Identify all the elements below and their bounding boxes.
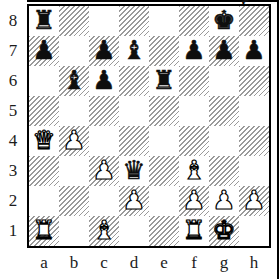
square-d6[interactable]: [119, 66, 149, 96]
square-a8[interactable]: ♜: [29, 6, 59, 36]
piece-black-pawn-c6[interactable]: ♟: [89, 66, 119, 96]
square-b6[interactable]: ♝: [59, 66, 89, 96]
square-a2[interactable]: [29, 186, 59, 216]
square-f3[interactable]: ♝: [179, 156, 209, 186]
square-h2[interactable]: ♟: [239, 186, 269, 216]
piece-black-rook-a8[interactable]: ♜: [29, 6, 59, 36]
square-a3[interactable]: [29, 156, 59, 186]
square-g1[interactable]: ♚: [209, 216, 239, 246]
square-d3[interactable]: ♛: [119, 156, 149, 186]
crop-frame-right-line: [277, 0, 279, 279]
square-c4[interactable]: [89, 126, 119, 156]
square-f8[interactable]: [179, 6, 209, 36]
piece-black-bishop-d7[interactable]: ♝: [119, 36, 149, 66]
square-c5[interactable]: [89, 96, 119, 126]
piece-white-rook-f1[interactable]: ♜: [179, 216, 209, 246]
file-label-h: h: [239, 250, 269, 276]
square-c1[interactable]: ♝: [89, 216, 119, 246]
piece-white-bishop-c1[interactable]: ♝: [89, 216, 119, 246]
square-b4[interactable]: ♟: [59, 126, 89, 156]
rank-label-8: 8: [0, 6, 26, 36]
file-label-b: b: [59, 250, 89, 276]
square-b7[interactable]: [59, 36, 89, 66]
square-h1[interactable]: [239, 216, 269, 246]
piece-black-bishop-b6[interactable]: ♝: [59, 66, 89, 96]
square-b2[interactable]: [59, 186, 89, 216]
piece-black-pawn-a7[interactable]: ♟: [29, 36, 59, 66]
square-f7[interactable]: ♟: [179, 36, 209, 66]
piece-white-bishop-f3[interactable]: ♝: [179, 156, 209, 186]
rank-label-2: 2: [0, 186, 26, 216]
square-e4[interactable]: [149, 126, 179, 156]
square-e7[interactable]: [149, 36, 179, 66]
piece-white-pawn-d2[interactable]: ♟: [119, 186, 149, 216]
square-f4[interactable]: [179, 126, 209, 156]
rank-label-4: 4: [0, 126, 26, 156]
piece-black-pawn-g7[interactable]: ♟: [209, 36, 239, 66]
square-f6[interactable]: [179, 66, 209, 96]
square-e6[interactable]: ♜: [149, 66, 179, 96]
piece-black-pawn-f7[interactable]: ♟: [179, 36, 209, 66]
square-c8[interactable]: [89, 6, 119, 36]
square-h7[interactable]: ♟: [239, 36, 269, 66]
square-a5[interactable]: [29, 96, 59, 126]
piece-black-rook-e6[interactable]: ♜: [149, 66, 179, 96]
rank-label-5: 5: [0, 96, 26, 126]
square-f5[interactable]: [179, 96, 209, 126]
piece-black-queen-d3[interactable]: ♛: [119, 156, 149, 186]
square-b8[interactable]: [59, 6, 89, 36]
rank-label-6: 6: [0, 66, 26, 96]
square-f2[interactable]: ♟: [179, 186, 209, 216]
square-g3[interactable]: [209, 156, 239, 186]
square-e3[interactable]: [149, 156, 179, 186]
piece-black-king-g8[interactable]: ♚: [209, 6, 239, 36]
square-b5[interactable]: [59, 96, 89, 126]
square-g7[interactable]: ♟: [209, 36, 239, 66]
square-h5[interactable]: [239, 96, 269, 126]
square-c6[interactable]: ♟: [89, 66, 119, 96]
file-label-f: f: [179, 250, 209, 276]
square-a7[interactable]: ♟: [29, 36, 59, 66]
rank-labels: 87654321: [0, 6, 26, 246]
rank-label-1: 1: [0, 216, 26, 246]
square-a1[interactable]: ♜: [29, 216, 59, 246]
rank-label-3: 3: [0, 156, 26, 186]
square-d2[interactable]: ♟: [119, 186, 149, 216]
square-e8[interactable]: [149, 6, 179, 36]
square-d7[interactable]: ♝: [119, 36, 149, 66]
square-d8[interactable]: [119, 6, 149, 36]
file-label-g: g: [209, 250, 239, 276]
piece-white-pawn-f2[interactable]: ♟: [179, 186, 209, 216]
piece-white-queen-a4[interactable]: ♛: [29, 126, 59, 156]
square-c2[interactable]: [89, 186, 119, 216]
square-g2[interactable]: ♟: [209, 186, 239, 216]
square-g5[interactable]: [209, 96, 239, 126]
square-h4[interactable]: [239, 126, 269, 156]
piece-white-pawn-c3[interactable]: ♟: [89, 156, 119, 186]
square-g4[interactable]: [209, 126, 239, 156]
square-e5[interactable]: [149, 96, 179, 126]
square-e2[interactable]: [149, 186, 179, 216]
square-b3[interactable]: [59, 156, 89, 186]
square-e1[interactable]: [149, 216, 179, 246]
square-a6[interactable]: [29, 66, 59, 96]
piece-black-pawn-c7[interactable]: ♟: [89, 36, 119, 66]
square-g6[interactable]: [209, 66, 239, 96]
chess-board: ♜♚♟♟♝♟♟♟♝♟♜♛♟♟♛♝♟♟♟♟♜♝♜♚: [27, 4, 271, 248]
file-label-e: e: [149, 250, 179, 276]
square-a4[interactable]: ♛: [29, 126, 59, 156]
square-c3[interactable]: ♟: [89, 156, 119, 186]
square-g8[interactable]: ♚: [209, 6, 239, 36]
piece-white-pawn-b4[interactable]: ♟: [59, 126, 89, 156]
piece-white-pawn-h2[interactable]: ♟: [239, 186, 269, 216]
piece-white-pawn-g2[interactable]: ♟: [209, 186, 239, 216]
square-h6[interactable]: [239, 66, 269, 96]
chess-diagram-page: ? 87654321 ♜♚♟♟♝♟♟♟♝♟♜♛♟♟♛♝♟♟♟♟♜♝♜♚ abcd…: [0, 0, 279, 279]
file-labels: abcdefgh: [29, 250, 269, 276]
file-label-a: a: [29, 250, 59, 276]
file-label-c: c: [89, 250, 119, 276]
square-d4[interactable]: [119, 126, 149, 156]
square-d5[interactable]: [119, 96, 149, 126]
rank-label-7: 7: [0, 36, 26, 66]
piece-white-rook-a1[interactable]: ♜: [29, 216, 59, 246]
file-label-d: d: [119, 250, 149, 276]
piece-white-king-g1[interactable]: ♚: [209, 216, 239, 246]
square-c7[interactable]: ♟: [89, 36, 119, 66]
square-b1[interactable]: [59, 216, 89, 246]
square-h8[interactable]: [239, 6, 269, 36]
square-d1[interactable]: [119, 216, 149, 246]
square-f1[interactable]: ♜: [179, 216, 209, 246]
piece-black-pawn-h7[interactable]: ♟: [239, 36, 269, 66]
square-h3[interactable]: [239, 156, 269, 186]
